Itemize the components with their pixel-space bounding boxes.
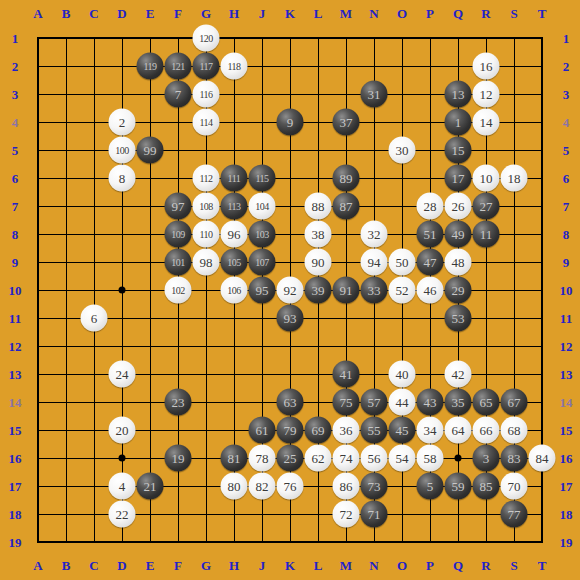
stone-M4[interactable]: 37: [333, 109, 360, 136]
move-number: 44: [396, 396, 409, 409]
move-number: 9: [287, 116, 294, 129]
stone-S16[interactable]: 83: [501, 445, 528, 472]
move-number: 92: [284, 284, 297, 297]
stone-R7[interactable]: 27: [473, 193, 500, 220]
coord-number-left: 9: [12, 256, 19, 269]
move-number: 93: [284, 312, 297, 325]
stone-K10[interactable]: 92: [277, 277, 304, 304]
coord-letter-top: C: [89, 7, 98, 20]
stone-N9[interactable]: 94: [361, 249, 388, 276]
move-number: 85: [480, 480, 493, 493]
coord-letter-bottom: Q: [453, 559, 463, 572]
kifu-diagram: AABBCCDDEEFFGGHHJJKKLLMMNNOOPPQQRRSSTT11…: [0, 0, 580, 580]
stone-F9[interactable]: 101: [165, 249, 192, 276]
coord-number-left: 7: [12, 200, 19, 213]
move-number: 121: [171, 61, 185, 71]
stone-C11[interactable]: 6: [81, 305, 108, 332]
move-number: 54: [396, 452, 409, 465]
move-number: 112: [199, 173, 212, 183]
move-number: 73: [368, 480, 381, 493]
stone-J16[interactable]: 78: [249, 445, 276, 472]
stone-N14[interactable]: 57: [361, 389, 388, 416]
coord-number-right: 17: [560, 480, 573, 493]
coord-number-right: 9: [563, 256, 570, 269]
coord-number-right: 14: [560, 396, 573, 409]
stone-R14[interactable]: 65: [473, 389, 500, 416]
move-number: 80: [228, 480, 241, 493]
move-number: 20: [116, 424, 129, 437]
coord-number-right: 15: [560, 424, 573, 437]
stone-O13[interactable]: 40: [389, 361, 416, 388]
stone-J8[interactable]: 103: [249, 221, 276, 248]
move-number: 26: [452, 200, 465, 213]
stone-N3[interactable]: 31: [361, 81, 388, 108]
move-number: 89: [340, 172, 353, 185]
move-number: 53: [452, 312, 465, 325]
stone-G9[interactable]: 98: [193, 249, 220, 276]
stone-D17[interactable]: 4: [109, 473, 136, 500]
stone-Q8[interactable]: 49: [445, 221, 472, 248]
move-number: 107: [255, 257, 269, 267]
move-number: 71: [368, 508, 381, 521]
stone-O15[interactable]: 45: [389, 417, 416, 444]
move-number: 12: [480, 88, 493, 101]
stone-S14[interactable]: 67: [501, 389, 528, 416]
coord-number-right: 4: [563, 116, 570, 129]
coord-number-right: 11: [560, 312, 572, 325]
coord-letter-top: D: [117, 7, 126, 20]
move-number: 49: [452, 228, 465, 241]
stone-T16[interactable]: 84: [529, 445, 556, 472]
coord-letter-bottom: M: [340, 559, 352, 572]
move-number: 119: [143, 61, 156, 71]
move-number: 81: [228, 452, 241, 465]
move-number: 15: [452, 144, 465, 157]
stone-K17[interactable]: 76: [277, 473, 304, 500]
stone-L10[interactable]: 39: [305, 277, 332, 304]
stone-F8[interactable]: 109: [165, 221, 192, 248]
stone-J15[interactable]: 61: [249, 417, 276, 444]
move-number: 114: [199, 117, 212, 127]
stone-F3[interactable]: 7: [165, 81, 192, 108]
coord-number-left: 4: [12, 116, 19, 129]
stone-F10[interactable]: 102: [165, 277, 192, 304]
stone-L15[interactable]: 69: [305, 417, 332, 444]
move-number: 18: [508, 172, 521, 185]
stone-G1[interactable]: 120: [193, 25, 220, 52]
stone-Q6[interactable]: 17: [445, 165, 472, 192]
stone-J6[interactable]: 115: [249, 165, 276, 192]
stone-Q11[interactable]: 53: [445, 305, 472, 332]
coord-number-left: 10: [9, 284, 22, 297]
move-number: 41: [340, 368, 353, 381]
move-number: 88: [312, 200, 325, 213]
stone-H16[interactable]: 81: [221, 445, 248, 472]
stone-H2[interactable]: 118: [221, 53, 248, 80]
move-number: 78: [256, 452, 269, 465]
coord-letter-top: L: [314, 7, 323, 20]
coord-number-right: 13: [560, 368, 573, 381]
move-number: 100: [115, 145, 129, 155]
stone-E17[interactable]: 21: [137, 473, 164, 500]
stone-K14[interactable]: 63: [277, 389, 304, 416]
move-number: 90: [312, 256, 325, 269]
move-number: 28: [424, 200, 437, 213]
stone-S6[interactable]: 18: [501, 165, 528, 192]
stone-D18[interactable]: 22: [109, 501, 136, 528]
move-number: 46: [424, 284, 437, 297]
stone-J9[interactable]: 107: [249, 249, 276, 276]
stone-Q10[interactable]: 29: [445, 277, 472, 304]
move-number: 27: [480, 200, 493, 213]
move-number: 97: [172, 200, 185, 213]
move-number: 103: [255, 229, 269, 239]
move-number: 96: [228, 228, 241, 241]
stone-H7[interactable]: 113: [221, 193, 248, 220]
coord-letter-bottom: L: [314, 559, 323, 572]
coord-letter-bottom: S: [510, 559, 517, 572]
stone-D6[interactable]: 8: [109, 165, 136, 192]
coord-letter-top: M: [340, 7, 352, 20]
coord-number-right: 7: [563, 200, 570, 213]
coord-number-left: 11: [9, 312, 21, 325]
move-number: 104: [255, 201, 269, 211]
move-number: 58: [424, 452, 437, 465]
move-number: 4: [119, 480, 126, 493]
move-number: 8: [119, 172, 126, 185]
move-number: 87: [340, 200, 353, 213]
stone-M7[interactable]: 87: [333, 193, 360, 220]
move-number: 101: [171, 257, 185, 267]
stone-Q15[interactable]: 64: [445, 417, 472, 444]
move-number: 3: [483, 452, 490, 465]
move-number: 120: [199, 33, 213, 43]
move-number: 7: [175, 88, 182, 101]
move-number: 17: [452, 172, 465, 185]
move-number: 36: [340, 424, 353, 437]
move-number: 11: [480, 228, 493, 241]
move-number: 102: [171, 285, 185, 295]
move-number: 108: [199, 201, 213, 211]
move-number: 70: [508, 480, 521, 493]
stone-F2[interactable]: 121: [165, 53, 192, 80]
move-number: 116: [199, 89, 212, 99]
move-number: 38: [312, 228, 325, 241]
coord-number-right: 16: [560, 452, 573, 465]
star-point: [455, 455, 462, 462]
move-number: 2: [119, 116, 126, 129]
move-number: 67: [508, 396, 521, 409]
move-number: 63: [284, 396, 297, 409]
stone-G4[interactable]: 114: [193, 109, 220, 136]
stone-S15[interactable]: 68: [501, 417, 528, 444]
stone-Q4[interactable]: 1: [445, 109, 472, 136]
coord-letter-top: J: [259, 7, 266, 20]
coord-letter-top: Q: [453, 7, 463, 20]
stone-G7[interactable]: 108: [193, 193, 220, 220]
coord-letter-bottom: G: [201, 559, 211, 572]
stone-H9[interactable]: 105: [221, 249, 248, 276]
coord-number-left: 16: [9, 452, 22, 465]
stone-M13[interactable]: 41: [333, 361, 360, 388]
coord-letter-top: T: [538, 7, 547, 20]
move-number: 95: [256, 284, 269, 297]
move-number: 64: [452, 424, 465, 437]
stone-Q9[interactable]: 48: [445, 249, 472, 276]
stone-L16[interactable]: 62: [305, 445, 332, 472]
stone-H6[interactable]: 111: [221, 165, 248, 192]
coord-number-left: 6: [12, 172, 19, 185]
stone-E5[interactable]: 99: [137, 137, 164, 164]
move-number: 82: [256, 480, 269, 493]
coord-letter-bottom: D: [117, 559, 126, 572]
coord-number-left: 8: [12, 228, 19, 241]
stone-R6[interactable]: 10: [473, 165, 500, 192]
coord-number-left: 13: [9, 368, 22, 381]
stone-G8[interactable]: 110: [193, 221, 220, 248]
stone-R17[interactable]: 85: [473, 473, 500, 500]
stone-N10[interactable]: 33: [361, 277, 388, 304]
stone-M10[interactable]: 91: [333, 277, 360, 304]
stone-K15[interactable]: 79: [277, 417, 304, 444]
move-number: 115: [255, 173, 268, 183]
coord-letter-bottom: F: [174, 559, 182, 572]
stone-H17[interactable]: 80: [221, 473, 248, 500]
stone-O9[interactable]: 50: [389, 249, 416, 276]
move-number: 59: [452, 480, 465, 493]
stone-F16[interactable]: 19: [165, 445, 192, 472]
coord-number-right: 12: [560, 340, 573, 353]
stone-Q3[interactable]: 13: [445, 81, 472, 108]
stone-N16[interactable]: 56: [361, 445, 388, 472]
stone-P9[interactable]: 47: [417, 249, 444, 276]
stone-D15[interactable]: 20: [109, 417, 136, 444]
coord-number-right: 6: [563, 172, 570, 185]
stone-G3[interactable]: 116: [193, 81, 220, 108]
move-number: 57: [368, 396, 381, 409]
stone-G2[interactable]: 117: [193, 53, 220, 80]
stone-R8[interactable]: 11: [473, 221, 500, 248]
move-number: 19: [172, 452, 185, 465]
coord-letter-top: E: [146, 7, 155, 20]
move-number: 45: [396, 424, 409, 437]
move-number: 21: [144, 480, 157, 493]
coord-number-left: 17: [9, 480, 22, 493]
move-number: 66: [480, 424, 493, 437]
coord-number-left: 5: [12, 144, 19, 157]
stone-J10[interactable]: 95: [249, 277, 276, 304]
move-number: 39: [312, 284, 325, 297]
stone-S17[interactable]: 70: [501, 473, 528, 500]
move-number: 31: [368, 88, 381, 101]
move-number: 34: [424, 424, 437, 437]
move-number: 51: [424, 228, 437, 241]
move-number: 13: [452, 88, 465, 101]
coord-number-left: 18: [9, 508, 22, 521]
coord-number-right: 1: [563, 32, 570, 45]
stone-Q5[interactable]: 15: [445, 137, 472, 164]
stone-F7[interactable]: 97: [165, 193, 192, 220]
coord-number-left: 2: [12, 60, 19, 73]
move-number: 6: [91, 312, 98, 325]
stone-D5[interactable]: 100: [109, 137, 136, 164]
coord-letter-bottom: T: [538, 559, 547, 572]
move-number: 84: [536, 452, 549, 465]
move-number: 14: [480, 116, 493, 129]
stone-N8[interactable]: 32: [361, 221, 388, 248]
coord-number-right: 19: [560, 536, 573, 549]
stone-P17[interactable]: 5: [417, 473, 444, 500]
move-number: 62: [312, 452, 325, 465]
stone-M17[interactable]: 86: [333, 473, 360, 500]
coord-number-left: 15: [9, 424, 22, 437]
stone-M14[interactable]: 75: [333, 389, 360, 416]
stone-S18[interactable]: 77: [501, 501, 528, 528]
move-number: 37: [340, 116, 353, 129]
move-number: 16: [480, 60, 493, 73]
coord-letter-top: O: [397, 7, 407, 20]
move-number: 109: [171, 229, 185, 239]
coord-letter-top: N: [369, 7, 378, 20]
coord-number-right: 2: [563, 60, 570, 73]
stone-P8[interactable]: 51: [417, 221, 444, 248]
move-number: 10: [480, 172, 493, 185]
move-number: 29: [452, 284, 465, 297]
move-number: 25: [284, 452, 297, 465]
coord-letter-top: H: [229, 7, 239, 20]
move-number: 61: [256, 424, 269, 437]
move-number: 69: [312, 424, 325, 437]
stone-O5[interactable]: 30: [389, 137, 416, 164]
move-number: 30: [396, 144, 409, 157]
move-number: 52: [396, 284, 409, 297]
stone-R15[interactable]: 66: [473, 417, 500, 444]
move-number: 5: [427, 480, 434, 493]
coord-letter-top: G: [201, 7, 211, 20]
stone-L8[interactable]: 38: [305, 221, 332, 248]
move-number: 72: [340, 508, 353, 521]
move-number: 118: [227, 61, 240, 71]
move-number: 105: [227, 257, 241, 267]
stone-P14[interactable]: 43: [417, 389, 444, 416]
coord-letter-bottom: P: [426, 559, 434, 572]
move-number: 94: [368, 256, 381, 269]
stone-M6[interactable]: 89: [333, 165, 360, 192]
coord-letter-top: F: [174, 7, 182, 20]
stone-O16[interactable]: 54: [389, 445, 416, 472]
coord-letter-bottom: C: [89, 559, 98, 572]
move-number: 76: [284, 480, 297, 493]
stone-G6[interactable]: 112: [193, 165, 220, 192]
move-number: 79: [284, 424, 297, 437]
coord-number-left: 12: [9, 340, 22, 353]
move-number: 32: [368, 228, 381, 241]
stone-K11[interactable]: 93: [277, 305, 304, 332]
coord-letter-bottom: K: [285, 559, 295, 572]
move-number: 50: [396, 256, 409, 269]
move-number: 43: [424, 396, 437, 409]
stone-L7[interactable]: 88: [305, 193, 332, 220]
coord-number-right: 8: [563, 228, 570, 241]
stone-F14[interactable]: 23: [165, 389, 192, 416]
move-number: 117: [199, 61, 212, 71]
stone-R4[interactable]: 14: [473, 109, 500, 136]
coord-letter-bottom: N: [369, 559, 378, 572]
stone-N18[interactable]: 71: [361, 501, 388, 528]
move-number: 47: [424, 256, 437, 269]
move-number: 56: [368, 452, 381, 465]
stone-P15[interactable]: 34: [417, 417, 444, 444]
stone-M15[interactable]: 36: [333, 417, 360, 444]
stone-O10[interactable]: 52: [389, 277, 416, 304]
move-number: 106: [227, 285, 241, 295]
coord-letter-bottom: A: [33, 559, 42, 572]
stone-L9[interactable]: 90: [305, 249, 332, 276]
stone-Q17[interactable]: 59: [445, 473, 472, 500]
move-number: 24: [116, 368, 129, 381]
star-point: [119, 287, 126, 294]
move-number: 110: [199, 229, 212, 239]
stone-O14[interactable]: 44: [389, 389, 416, 416]
move-number: 48: [452, 256, 465, 269]
stone-Q13[interactable]: 42: [445, 361, 472, 388]
move-number: 86: [340, 480, 353, 493]
stone-P10[interactable]: 46: [417, 277, 444, 304]
stone-J17[interactable]: 82: [249, 473, 276, 500]
stone-N15[interactable]: 55: [361, 417, 388, 444]
stone-E2[interactable]: 119: [137, 53, 164, 80]
move-number: 111: [228, 173, 241, 183]
coord-letter-bottom: B: [62, 559, 71, 572]
coord-number-left: 1: [12, 32, 19, 45]
coord-letter-top: B: [62, 7, 71, 20]
move-number: 68: [508, 424, 521, 437]
move-number: 98: [200, 256, 213, 269]
stone-M16[interactable]: 74: [333, 445, 360, 472]
coord-number-left: 14: [9, 396, 22, 409]
coord-letter-bottom: J: [259, 559, 266, 572]
stone-R3[interactable]: 12: [473, 81, 500, 108]
coord-number-right: 18: [560, 508, 573, 521]
coord-letter-top: S: [510, 7, 517, 20]
move-number: 99: [144, 144, 157, 157]
move-number: 22: [116, 508, 129, 521]
stone-P7[interactable]: 28: [417, 193, 444, 220]
coord-number-right: 3: [563, 88, 570, 101]
stone-Q7[interactable]: 26: [445, 193, 472, 220]
stone-M18[interactable]: 72: [333, 501, 360, 528]
stone-R2[interactable]: 16: [473, 53, 500, 80]
stone-J7[interactable]: 104: [249, 193, 276, 220]
move-number: 33: [368, 284, 381, 297]
stone-N17[interactable]: 73: [361, 473, 388, 500]
move-number: 65: [480, 396, 493, 409]
stone-R16[interactable]: 3: [473, 445, 500, 472]
coord-number-left: 3: [12, 88, 19, 101]
move-number: 40: [396, 368, 409, 381]
stone-H8[interactable]: 96: [221, 221, 248, 248]
move-number: 23: [172, 396, 185, 409]
move-number: 1: [455, 116, 462, 129]
stone-K4[interactable]: 9: [277, 109, 304, 136]
move-number: 75: [340, 396, 353, 409]
stone-H10[interactable]: 106: [221, 277, 248, 304]
stone-D4[interactable]: 2: [109, 109, 136, 136]
stone-P16[interactable]: 58: [417, 445, 444, 472]
stone-K16[interactable]: 25: [277, 445, 304, 472]
stone-D13[interactable]: 24: [109, 361, 136, 388]
stone-Q14[interactable]: 35: [445, 389, 472, 416]
